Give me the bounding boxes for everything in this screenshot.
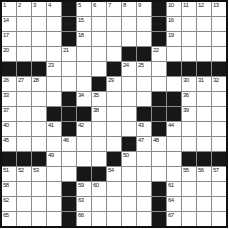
clue-number-23: 23 — [48, 62, 54, 69]
clue-number-20: 20 — [3, 47, 9, 54]
cell-r7-c2[interactable] — [32, 107, 46, 121]
clue-number-55: 55 — [183, 167, 189, 174]
cell-r11-c9[interactable] — [137, 167, 151, 181]
cell-r14-c2[interactable] — [32, 212, 46, 226]
cell-r9-c13[interactable] — [197, 137, 211, 151]
clue-number-28: 28 — [33, 77, 39, 84]
cell-r7-c7[interactable] — [107, 107, 121, 121]
clue-number-42: 42 — [78, 122, 84, 129]
cell-r2-c6[interactable] — [92, 32, 106, 46]
cell-r8-c7[interactable] — [107, 122, 121, 136]
clue-number-50: 50 — [123, 152, 129, 159]
cell-r13-c7[interactable] — [107, 197, 121, 211]
clue-number-40: 40 — [3, 122, 9, 129]
cell-r8-c5[interactable]: 42 — [77, 122, 91, 136]
clue-number-33: 33 — [3, 92, 9, 99]
cell-r3-c3[interactable] — [47, 47, 61, 61]
cell-r14-c14[interactable] — [212, 212, 226, 226]
cell-r6-c12[interactable]: 36 — [182, 92, 196, 106]
cell-r6-c5[interactable]: 34 — [77, 92, 91, 106]
clue-number-19: 19 — [168, 32, 174, 39]
cell-r3-c6[interactable] — [92, 47, 106, 61]
clue-number-63: 63 — [78, 197, 84, 204]
block-r6-c11 — [167, 92, 181, 106]
cell-r8-c0[interactable]: 40 — [2, 122, 16, 136]
block-r7-c10 — [152, 107, 166, 121]
cell-r13-c9[interactable] — [137, 197, 151, 211]
cell-r5-c8[interactable] — [122, 77, 136, 91]
cell-r12-c13[interactable] — [197, 182, 211, 196]
cell-r7-c13[interactable] — [197, 107, 211, 121]
cell-r13-c14[interactable] — [212, 197, 226, 211]
cell-r9-c1[interactable] — [17, 137, 31, 151]
cell-r1-c3[interactable] — [47, 17, 61, 31]
clue-number-58: 58 — [3, 182, 9, 189]
cell-r5-c10[interactable] — [152, 77, 166, 91]
clue-number-6: 6 — [93, 2, 96, 9]
cell-r9-c11[interactable] — [167, 137, 181, 151]
cell-r3-c11[interactable] — [167, 47, 181, 61]
cell-r13-c8[interactable] — [122, 197, 136, 211]
block-r10-c2 — [32, 152, 46, 166]
clue-number-35: 35 — [93, 92, 99, 99]
cell-r7-c14[interactable] — [212, 107, 226, 121]
cell-r2-c7[interactable] — [107, 32, 121, 46]
cell-r1-c9[interactable] — [137, 17, 151, 31]
block-r4-c13 — [197, 62, 211, 76]
block-r0-c10 — [152, 2, 166, 16]
clue-number-52: 52 — [18, 167, 24, 174]
block-r12-c10 — [152, 182, 166, 196]
block-r7-c4 — [62, 107, 76, 121]
cell-r12-c11[interactable]: 61 — [167, 182, 181, 196]
cell-r0-c7[interactable]: 7 — [107, 2, 121, 16]
clue-number-48: 48 — [153, 137, 159, 144]
cell-r5-c11[interactable] — [167, 77, 181, 91]
cell-r0-c1[interactable]: 2 — [17, 2, 31, 16]
cell-r1-c6[interactable] — [92, 17, 106, 31]
cell-r14-c6[interactable] — [92, 212, 106, 226]
cell-r0-c6[interactable]: 6 — [92, 2, 106, 16]
cell-r7-c6[interactable]: 38 — [92, 107, 106, 121]
block-r3-c8 — [122, 47, 136, 61]
cell-r5-c3[interactable] — [47, 77, 61, 91]
block-r10-c1 — [17, 152, 31, 166]
clue-number-54: 54 — [108, 167, 114, 174]
clue-number-57: 57 — [213, 167, 219, 174]
cell-r2-c8[interactable] — [122, 32, 136, 46]
clue-number-10: 10 — [168, 2, 174, 9]
block-r9-c8 — [122, 137, 136, 151]
clue-number-24: 24 — [123, 62, 129, 69]
clue-number-65: 65 — [3, 212, 9, 219]
block-r11-c5 — [77, 167, 91, 181]
cell-r10-c3[interactable]: 49 — [47, 152, 61, 166]
cell-r8-c3[interactable]: 41 — [47, 122, 61, 136]
block-r13-c4 — [62, 197, 76, 211]
block-r2-c4 — [62, 32, 76, 46]
cell-r9-c3[interactable] — [47, 137, 61, 151]
clue-number-49: 49 — [48, 152, 54, 159]
clue-number-9: 9 — [138, 2, 141, 9]
cell-r14-c0[interactable]: 65 — [2, 212, 16, 226]
cell-r11-c1[interactable]: 52 — [17, 167, 31, 181]
cell-r1-c8[interactable] — [122, 17, 136, 31]
cell-r12-c5[interactable]: 59 — [77, 182, 91, 196]
block-r1-c10 — [152, 17, 166, 31]
cell-r13-c6[interactable] — [92, 197, 106, 211]
cell-r1-c11[interactable]: 16 — [167, 17, 181, 31]
block-r4-c14 — [212, 62, 226, 76]
block-r10-c14 — [212, 152, 226, 166]
clue-number-15: 15 — [78, 17, 84, 24]
cell-r7-c12[interactable]: 39 — [182, 107, 196, 121]
cell-r1-c5[interactable]: 15 — [77, 17, 91, 31]
block-r14-c4 — [62, 212, 76, 226]
cell-r9-c7[interactable] — [107, 137, 121, 151]
cell-r11-c12[interactable]: 55 — [182, 167, 196, 181]
cell-r12-c2[interactable] — [32, 182, 46, 196]
cell-r14-c9[interactable] — [137, 212, 151, 226]
cell-r3-c4[interactable]: 21 — [62, 47, 76, 61]
block-r12-c4 — [62, 182, 76, 196]
cell-r6-c8[interactable] — [122, 92, 136, 106]
cell-r5-c7[interactable]: 29 — [107, 77, 121, 91]
cell-r0-c9[interactable]: 9 — [137, 2, 151, 16]
cell-r8-c12[interactable] — [182, 122, 196, 136]
cell-r11-c8[interactable] — [122, 167, 136, 181]
clue-number-51: 51 — [3, 167, 9, 174]
cell-r2-c2[interactable] — [32, 32, 46, 46]
clue-number-14: 14 — [3, 17, 9, 24]
clue-number-37: 37 — [3, 107, 9, 114]
crossword-board: 1234567891011121314151617181920212223242… — [0, 0, 228, 228]
clue-number-2: 2 — [18, 2, 21, 9]
block-r7-c11 — [167, 107, 181, 121]
clue-number-38: 38 — [93, 107, 99, 114]
block-r7-c5 — [77, 107, 91, 121]
cell-r2-c3[interactable] — [47, 32, 61, 46]
cell-r2-c12[interactable] — [182, 32, 196, 46]
clue-number-36: 36 — [183, 92, 189, 99]
block-r7-c9 — [137, 107, 151, 121]
cell-r14-c7[interactable] — [107, 212, 121, 226]
clue-number-34: 34 — [78, 92, 84, 99]
cell-r14-c5[interactable]: 66 — [77, 212, 91, 226]
cell-r3-c14[interactable] — [212, 47, 226, 61]
cell-r1-c7[interactable] — [107, 17, 121, 31]
cell-r9-c0[interactable]: 45 — [2, 137, 16, 151]
cell-r10-c9[interactable] — [137, 152, 151, 166]
cell-r14-c3[interactable] — [47, 212, 61, 226]
cell-r4-c3[interactable]: 23 — [47, 62, 61, 76]
clue-number-60: 60 — [93, 182, 99, 189]
cell-r4-c10[interactable] — [152, 62, 166, 76]
cell-r1-c1[interactable] — [17, 17, 31, 31]
block-r7-c3 — [47, 107, 61, 121]
cell-r9-c2[interactable] — [32, 137, 46, 151]
cell-r4-c4[interactable] — [62, 62, 76, 76]
cell-r14-c8[interactable] — [122, 212, 136, 226]
cell-r1-c14[interactable] — [212, 17, 226, 31]
clue-number-66: 66 — [78, 212, 84, 219]
cell-r2-c1[interactable] — [17, 32, 31, 46]
cell-r13-c12[interactable] — [182, 197, 196, 211]
clue-number-53: 53 — [33, 167, 39, 174]
clue-number-21: 21 — [63, 47, 69, 54]
clue-number-18: 18 — [78, 32, 84, 39]
clue-number-12: 12 — [198, 2, 204, 9]
clue-number-17: 17 — [3, 32, 9, 39]
block-r3-c9 — [137, 47, 151, 61]
cell-r5-c1[interactable]: 27 — [17, 77, 31, 91]
cell-r1-c13[interactable] — [197, 17, 211, 31]
cell-r11-c11[interactable] — [167, 167, 181, 181]
cell-r12-c12[interactable] — [182, 182, 196, 196]
cell-r12-c3[interactable] — [47, 182, 61, 196]
clue-number-39: 39 — [183, 107, 189, 114]
cell-r6-c14[interactable] — [212, 92, 226, 106]
clue-number-62: 62 — [3, 197, 9, 204]
cell-r11-c10[interactable] — [152, 167, 166, 181]
block-r14-c10 — [152, 212, 166, 226]
cell-r13-c5[interactable]: 63 — [77, 197, 91, 211]
clue-number-16: 16 — [168, 17, 174, 24]
block-r13-c10 — [152, 197, 166, 211]
cell-r0-c2[interactable]: 3 — [32, 2, 46, 16]
cell-r13-c2[interactable] — [32, 197, 46, 211]
clue-number-11: 11 — [183, 2, 188, 9]
block-r0-c4 — [62, 2, 76, 16]
cell-r0-c14[interactable]: 13 — [212, 2, 226, 16]
cell-r10-c10[interactable] — [152, 152, 166, 166]
cell-r7-c0[interactable]: 37 — [2, 107, 16, 121]
cell-r11-c2[interactable]: 53 — [32, 167, 46, 181]
cell-r4-c8[interactable]: 24 — [122, 62, 136, 76]
cell-r12-c7[interactable] — [107, 182, 121, 196]
block-r1-c4 — [62, 17, 76, 31]
cell-r11-c0[interactable]: 51 — [2, 167, 16, 181]
cell-r13-c3[interactable] — [47, 197, 61, 211]
clue-number-1: 1 — [3, 2, 6, 9]
cell-r8-c11[interactable]: 44 — [167, 122, 181, 136]
cell-r5-c2[interactable]: 28 — [32, 77, 46, 91]
cell-r5-c14[interactable]: 32 — [212, 77, 226, 91]
clue-number-31: 31 — [198, 77, 204, 84]
clue-number-46: 46 — [63, 137, 69, 144]
cell-r14-c1[interactable] — [17, 212, 31, 226]
block-r4-c12 — [182, 62, 196, 76]
block-r4-c1 — [17, 62, 31, 76]
block-r2-c10 — [152, 32, 166, 46]
clue-number-41: 41 — [48, 122, 54, 129]
block-r8-c10 — [152, 122, 166, 136]
cell-r11-c3[interactable] — [47, 167, 61, 181]
cell-r8-c13[interactable] — [197, 122, 211, 136]
clue-number-59: 59 — [78, 182, 84, 189]
cell-r0-c3[interactable]: 4 — [47, 2, 61, 16]
cell-r3-c5[interactable] — [77, 47, 91, 61]
cell-r5-c12[interactable]: 30 — [182, 77, 196, 91]
cell-r8-c14[interactable] — [212, 122, 226, 136]
cell-r13-c11[interactable]: 64 — [167, 197, 181, 211]
clue-number-43: 43 — [138, 122, 144, 129]
cell-r6-c9[interactable] — [137, 92, 151, 106]
cell-r6-c1[interactable] — [17, 92, 31, 106]
cell-r11-c7[interactable]: 54 — [107, 167, 121, 181]
clue-number-4: 4 — [48, 2, 51, 9]
cell-r3-c1[interactable] — [17, 47, 31, 61]
block-r5-c6 — [92, 77, 106, 91]
cell-r4-c6[interactable] — [92, 62, 106, 76]
clue-number-7: 7 — [108, 2, 111, 9]
cell-r0-c5[interactable]: 5 — [77, 2, 91, 16]
clue-number-47: 47 — [138, 137, 144, 144]
block-r4-c7 — [107, 62, 121, 76]
block-r11-c6 — [92, 167, 106, 181]
clue-number-44: 44 — [168, 122, 174, 129]
cell-r8-c2[interactable] — [32, 122, 46, 136]
clue-number-56: 56 — [198, 167, 204, 174]
cell-r9-c10[interactable]: 48 — [152, 137, 166, 151]
cell-r3-c7[interactable] — [107, 47, 121, 61]
clue-number-30: 30 — [183, 77, 189, 84]
cell-r3-c0[interactable]: 20 — [2, 47, 16, 61]
cell-r10-c4[interactable] — [62, 152, 76, 166]
cell-r0-c11[interactable]: 10 — [167, 2, 181, 16]
cell-r12-c6[interactable]: 60 — [92, 182, 106, 196]
block-r10-c12 — [182, 152, 196, 166]
clue-number-32: 32 — [213, 77, 219, 84]
cell-r12-c0[interactable]: 58 — [2, 182, 16, 196]
block-r10-c13 — [197, 152, 211, 166]
cell-r5-c4[interactable] — [62, 77, 76, 91]
cell-r12-c8[interactable] — [122, 182, 136, 196]
cell-r0-c8[interactable]: 8 — [122, 2, 136, 16]
block-r4-c2 — [32, 62, 46, 76]
clue-number-13: 13 — [213, 2, 219, 9]
block-r4-c11 — [167, 62, 181, 76]
cell-r9-c12[interactable] — [182, 137, 196, 151]
block-r10-c0 — [2, 152, 16, 166]
cell-r2-c11[interactable]: 19 — [167, 32, 181, 46]
cell-r9-c4[interactable]: 46 — [62, 137, 76, 151]
cell-r12-c14[interactable] — [212, 182, 226, 196]
cell-r9-c5[interactable] — [77, 137, 91, 151]
cell-r1-c0[interactable]: 14 — [2, 17, 16, 31]
cell-r2-c0[interactable]: 17 — [2, 32, 16, 46]
cell-r4-c9[interactable]: 25 — [137, 62, 151, 76]
clue-number-29: 29 — [108, 77, 114, 84]
cell-r4-c5[interactable] — [77, 62, 91, 76]
cell-r9-c6[interactable] — [92, 137, 106, 151]
cell-r6-c6[interactable]: 35 — [92, 92, 106, 106]
cell-r3-c10[interactable]: 22 — [152, 47, 166, 61]
cell-r13-c1[interactable] — [17, 197, 31, 211]
clue-number-61: 61 — [168, 182, 174, 189]
cell-r8-c9[interactable]: 43 — [137, 122, 151, 136]
clue-number-67: 67 — [168, 212, 174, 219]
cell-r2-c13[interactable] — [197, 32, 211, 46]
cell-r5-c9[interactable] — [137, 77, 151, 91]
cell-r3-c13[interactable] — [197, 47, 211, 61]
block-r6-c10 — [152, 92, 166, 106]
cell-r6-c13[interactable] — [197, 92, 211, 106]
clue-number-22: 22 — [153, 47, 159, 54]
cell-r7-c1[interactable] — [17, 107, 31, 121]
cell-r10-c8[interactable]: 50 — [122, 152, 136, 166]
cell-r6-c2[interactable] — [32, 92, 46, 106]
cell-r6-c3[interactable] — [47, 92, 61, 106]
cell-r7-c8[interactable] — [122, 107, 136, 121]
clue-number-27: 27 — [18, 77, 24, 84]
cell-r3-c2[interactable] — [32, 47, 46, 61]
cell-r10-c6[interactable] — [92, 152, 106, 166]
clue-number-8: 8 — [123, 2, 126, 9]
cell-r9-c14[interactable] — [212, 137, 226, 151]
cell-r5-c0[interactable]: 26 — [2, 77, 16, 91]
block-r6-c4 — [62, 92, 76, 106]
cell-r1-c12[interactable] — [182, 17, 196, 31]
cell-r6-c7[interactable] — [107, 92, 121, 106]
block-r8-c4 — [62, 122, 76, 136]
cell-r0-c0[interactable]: 1 — [2, 2, 16, 16]
clue-number-5: 5 — [78, 2, 81, 9]
cell-r8-c6[interactable] — [92, 122, 106, 136]
cell-r10-c11[interactable] — [167, 152, 181, 166]
cell-r11-c4[interactable] — [62, 167, 76, 181]
cell-r14-c13[interactable] — [197, 212, 211, 226]
cell-r10-c5[interactable] — [77, 152, 91, 166]
cell-r11-c14[interactable]: 57 — [212, 167, 226, 181]
block-r10-c7 — [107, 152, 121, 166]
cell-r9-c9[interactable]: 47 — [137, 137, 151, 151]
cell-r8-c8[interactable] — [122, 122, 136, 136]
clue-number-45: 45 — [3, 137, 9, 144]
cell-r6-c0[interactable]: 33 — [2, 92, 16, 106]
cell-r13-c13[interactable] — [197, 197, 211, 211]
cell-r11-c13[interactable]: 56 — [197, 167, 211, 181]
cell-r8-c1[interactable] — [17, 122, 31, 136]
cell-r14-c12[interactable] — [182, 212, 196, 226]
cell-r1-c2[interactable] — [32, 17, 46, 31]
clue-number-64: 64 — [168, 197, 174, 204]
clue-number-26: 26 — [3, 77, 9, 84]
cell-r3-c12[interactable] — [182, 47, 196, 61]
cell-r5-c13[interactable]: 31 — [197, 77, 211, 91]
clue-number-25: 25 — [138, 62, 144, 69]
cell-r5-c5[interactable] — [77, 77, 91, 91]
clue-number-3: 3 — [33, 2, 36, 9]
cell-r12-c9[interactable] — [137, 182, 151, 196]
cell-r14-c11[interactable]: 67 — [167, 212, 181, 226]
cell-r0-c13[interactable]: 12 — [197, 2, 211, 16]
cell-r2-c9[interactable] — [137, 32, 151, 46]
cell-r13-c0[interactable]: 62 — [2, 197, 16, 211]
cell-r0-c12[interactable]: 11 — [182, 2, 196, 16]
cell-r2-c14[interactable] — [212, 32, 226, 46]
block-r4-c0 — [2, 62, 16, 76]
cell-r2-c5[interactable]: 18 — [77, 32, 91, 46]
cell-r12-c1[interactable] — [17, 182, 31, 196]
